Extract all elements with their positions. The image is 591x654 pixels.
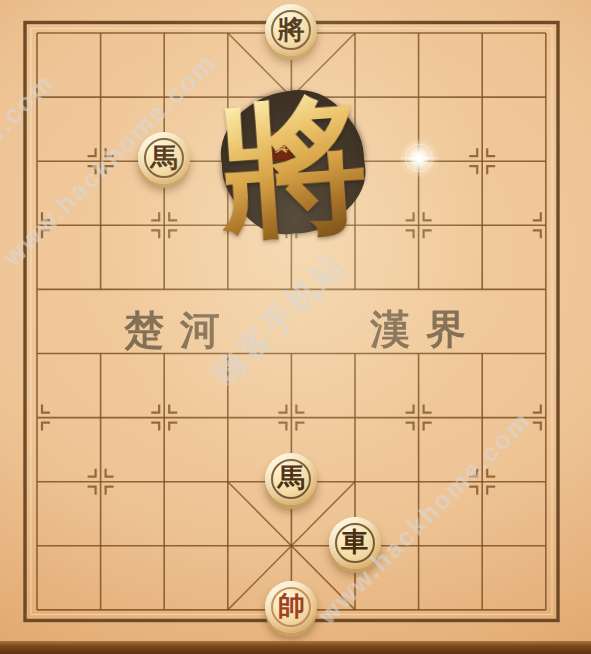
- intersection-0-8[interactable]: [5, 514, 69, 578]
- intersection-3-0[interactable]: [196, 1, 260, 65]
- intersection-8-1[interactable]: [514, 65, 578, 129]
- intersection-1-8[interactable]: [69, 514, 133, 578]
- piece-black-horse[interactable]: 馬: [265, 453, 317, 505]
- intersection-8-7[interactable]: [514, 450, 578, 514]
- intersection-1-5[interactable]: [69, 321, 133, 385]
- piece-character: 馬: [278, 465, 305, 492]
- intersection-4-6[interactable]: [259, 386, 323, 450]
- piece-black-general[interactable]: 將: [265, 4, 317, 56]
- intersection-0-0[interactable]: [5, 1, 69, 65]
- intersection-3-6[interactable]: [196, 386, 260, 450]
- intersection-8-3[interactable]: [514, 193, 578, 257]
- intersection-6-2[interactable]: [387, 129, 451, 193]
- intersection-0-4[interactable]: [5, 257, 69, 321]
- intersection-0-7[interactable]: [5, 450, 69, 514]
- intersection-0-2[interactable]: [5, 129, 69, 193]
- piece-black-chariot[interactable]: 車: [329, 517, 381, 569]
- intersection-8-5[interactable]: [514, 321, 578, 385]
- intersection-8-8[interactable]: [514, 514, 578, 578]
- piece-character: 馬: [150, 145, 177, 172]
- intersection-5-4[interactable]: [323, 257, 387, 321]
- intersection-1-4[interactable]: [69, 257, 133, 321]
- intersection-6-3[interactable]: [387, 193, 451, 257]
- intersection-1-2[interactable]: [69, 129, 133, 193]
- intersection-2-0[interactable]: [132, 1, 196, 65]
- intersection-4-3[interactable]: [259, 193, 323, 257]
- intersection-5-0[interactable]: [323, 1, 387, 65]
- intersection-0-3[interactable]: [5, 193, 69, 257]
- piece-red-general[interactable]: 帥: [265, 581, 317, 633]
- xiangqi-board: 楚河 漢界 將馬馬車帥 真 將 www.hackhome.comwww.hack…: [0, 0, 591, 654]
- intersection-7-6[interactable]: [450, 386, 514, 450]
- intersection-5-6[interactable]: [323, 386, 387, 450]
- intersection-5-5[interactable]: [323, 321, 387, 385]
- intersection-2-8[interactable]: [132, 514, 196, 578]
- intersection-7-3[interactable]: [450, 193, 514, 257]
- intersection-3-5[interactable]: [196, 321, 260, 385]
- intersection-5-8[interactable]: 車: [323, 514, 387, 578]
- intersection-2-5[interactable]: [132, 321, 196, 385]
- intersection-2-4[interactable]: [132, 257, 196, 321]
- intersection-6-6[interactable]: [387, 386, 451, 450]
- intersection-4-4[interactable]: [259, 257, 323, 321]
- intersection-1-3[interactable]: [69, 193, 133, 257]
- intersection-3-8[interactable]: [196, 514, 260, 578]
- intersection-6-1[interactable]: [387, 65, 451, 129]
- intersection-1-0[interactable]: [69, 1, 133, 65]
- intersection-0-5[interactable]: [5, 321, 69, 385]
- intersection-1-9[interactable]: [69, 578, 133, 642]
- intersection-6-7[interactable]: [387, 450, 451, 514]
- intersection-8-2[interactable]: [514, 129, 578, 193]
- piece-character: 車: [341, 529, 368, 556]
- intersection-8-4[interactable]: [514, 257, 578, 321]
- board-intersections: 將馬馬車帥: [5, 1, 578, 642]
- intersection-1-6[interactable]: [69, 386, 133, 450]
- intersection-6-8[interactable]: [387, 514, 451, 578]
- intersection-2-1[interactable]: [132, 65, 196, 129]
- intersection-4-2[interactable]: [259, 129, 323, 193]
- intersection-3-1[interactable]: [196, 65, 260, 129]
- intersection-8-0[interactable]: [514, 1, 578, 65]
- intersection-7-0[interactable]: [450, 1, 514, 65]
- intersection-3-3[interactable]: [196, 193, 260, 257]
- intersection-4-1[interactable]: [259, 65, 323, 129]
- intersection-4-7[interactable]: 馬: [259, 450, 323, 514]
- intersection-3-4[interactable]: [196, 257, 260, 321]
- intersection-6-5[interactable]: [387, 321, 451, 385]
- intersection-0-1[interactable]: [5, 65, 69, 129]
- intersection-3-2[interactable]: [196, 129, 260, 193]
- intersection-5-2[interactable]: [323, 129, 387, 193]
- intersection-6-4[interactable]: [387, 257, 451, 321]
- piece-black-horse[interactable]: 馬: [138, 132, 190, 184]
- intersection-4-0[interactable]: 將: [259, 1, 323, 65]
- intersection-8-9[interactable]: [514, 578, 578, 642]
- intersection-4-9[interactable]: 帥: [259, 578, 323, 642]
- intersection-2-3[interactable]: [132, 193, 196, 257]
- intersection-8-6[interactable]: [514, 386, 578, 450]
- intersection-7-8[interactable]: [450, 514, 514, 578]
- intersection-3-7[interactable]: [196, 450, 260, 514]
- intersection-7-7[interactable]: [450, 450, 514, 514]
- piece-character: 將: [278, 17, 305, 44]
- intersection-4-5[interactable]: [259, 321, 323, 385]
- intersection-2-7[interactable]: [132, 450, 196, 514]
- intersection-2-6[interactable]: [132, 386, 196, 450]
- intersection-5-1[interactable]: [323, 65, 387, 129]
- intersection-2-9[interactable]: [132, 578, 196, 642]
- intersection-3-9[interactable]: [196, 578, 260, 642]
- intersection-1-1[interactable]: [69, 65, 133, 129]
- intersection-7-2[interactable]: [450, 129, 514, 193]
- intersection-4-8[interactable]: [259, 514, 323, 578]
- intersection-6-0[interactable]: [387, 1, 451, 65]
- piece-character: 帥: [278, 593, 305, 620]
- intersection-5-7[interactable]: [323, 450, 387, 514]
- intersection-5-3[interactable]: [323, 193, 387, 257]
- intersection-5-9[interactable]: [323, 578, 387, 642]
- intersection-0-6[interactable]: [5, 386, 69, 450]
- intersection-7-9[interactable]: [450, 578, 514, 642]
- intersection-7-5[interactable]: [450, 321, 514, 385]
- intersection-7-4[interactable]: [450, 257, 514, 321]
- intersection-1-7[interactable]: [69, 450, 133, 514]
- intersection-2-2[interactable]: 馬: [132, 129, 196, 193]
- intersection-0-9[interactable]: [5, 578, 69, 642]
- intersection-6-9[interactable]: [387, 578, 451, 642]
- intersection-7-1[interactable]: [450, 65, 514, 129]
- board-front-edge: [0, 641, 591, 654]
